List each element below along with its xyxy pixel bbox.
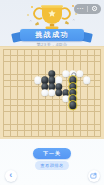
back-button[interactable]: ‹: [5, 170, 18, 183]
next-level-button[interactable]: 下一关: [33, 148, 71, 159]
share-button[interactable]: [88, 170, 101, 183]
back-icon: ‹: [9, 171, 12, 180]
stone-white: [83, 77, 90, 84]
group-ranking-label: 查看群排名: [40, 163, 63, 168]
popper-right-icon: [65, 21, 69, 25]
confetti-sparkle-left: [30, 20, 31, 21]
next-level-label: 下一关: [43, 150, 61, 156]
gomoku-board: [0, 46, 104, 139]
share-icon: [90, 172, 98, 180]
result-screen: ··· 挑战成功 第23关，4回合 下一关 查看群排名 ‹: [0, 0, 104, 185]
popper-left-icon: [35, 22, 39, 26]
more-button[interactable]: ···: [74, 4, 87, 14]
miniprogram-capsule: ···: [74, 4, 101, 14]
result-banner: 挑战成功: [12, 29, 92, 43]
board-grid: [3, 49, 101, 137]
stone-black-winning: [69, 102, 76, 109]
more-icon: ···: [77, 5, 84, 11]
ribbon-band: 挑战成功: [20, 29, 84, 41]
group-ranking-button[interactable]: 查看群排名: [35, 161, 69, 170]
capsule-close-icon: [92, 6, 97, 11]
result-banner-text: 挑战成功: [35, 30, 69, 40]
confetti-sparkle-right: [73, 19, 74, 20]
stone-white: [76, 70, 83, 77]
capsule-close-button[interactable]: [88, 4, 101, 14]
